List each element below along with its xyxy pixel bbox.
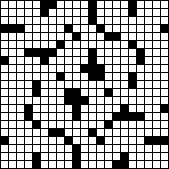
white-cell-r14c7[interactable]: [57, 113, 65, 121]
white-cell-r2c12[interactable]: [97, 17, 105, 25]
white-cell-r20c20[interactable]: [161, 161, 169, 169]
white-cell-r2c1[interactable]: [9, 17, 17, 25]
white-cell-r6c2[interactable]: [17, 49, 25, 57]
white-cell-r19c3[interactable]: [25, 153, 33, 161]
white-cell-r17c5[interactable]: [41, 137, 49, 145]
white-cell-r13c0[interactable]: [1, 105, 9, 113]
white-cell-r20c2[interactable]: [17, 161, 25, 169]
white-cell-r13c8[interactable]: [65, 105, 73, 113]
white-cell-r5c19[interactable]: [153, 41, 161, 49]
white-cell-r20c12[interactable]: [97, 161, 105, 169]
white-cell-r20c17[interactable]: [137, 161, 145, 169]
white-cell-r13c16[interactable]: [129, 105, 137, 113]
white-cell-r16c15[interactable]: [121, 129, 129, 137]
white-cell-r13c17[interactable]: [137, 105, 145, 113]
white-cell-r17c7[interactable]: [57, 137, 65, 145]
white-cell-r3c5[interactable]: [41, 25, 49, 33]
white-cell-r18c17[interactable]: [137, 145, 145, 153]
white-cell-r14c12[interactable]: [97, 113, 105, 121]
white-cell-r16c14[interactable]: [113, 129, 121, 137]
white-cell-r9c6[interactable]: [49, 73, 57, 81]
white-cell-r4c3[interactable]: [25, 33, 33, 41]
white-cell-r12c0[interactable]: [1, 97, 9, 105]
white-cell-r9c18[interactable]: [145, 73, 153, 81]
white-cell-r2c9[interactable]: [73, 17, 81, 25]
white-cell-r4c19[interactable]: [153, 33, 161, 41]
white-cell-r11c5[interactable]: [41, 89, 49, 97]
white-cell-r0c19[interactable]: [153, 1, 161, 9]
white-cell-r9c13[interactable]: [105, 73, 113, 81]
white-cell-r20c0[interactable]: [1, 161, 9, 169]
white-cell-r15c9[interactable]: [73, 121, 81, 129]
white-cell-r9c5[interactable]: [41, 73, 49, 81]
white-cell-r2c14[interactable]: [113, 17, 121, 25]
white-cell-r18c6[interactable]: [49, 145, 57, 153]
white-cell-r11c7[interactable]: [57, 89, 65, 97]
white-cell-r7c3[interactable]: [25, 57, 33, 65]
white-cell-r4c1[interactable]: [9, 33, 17, 41]
white-cell-r6c9[interactable]: [73, 49, 81, 57]
white-cell-r10c9[interactable]: [73, 81, 81, 89]
white-cell-r18c19[interactable]: [153, 145, 161, 153]
white-cell-r17c13[interactable]: [105, 137, 113, 145]
white-cell-r17c2[interactable]: [17, 137, 25, 145]
white-cell-r0c12[interactable]: [97, 1, 105, 9]
white-cell-r9c8[interactable]: [65, 73, 73, 81]
white-cell-r19c7[interactable]: [57, 153, 65, 161]
white-cell-r3c4[interactable]: [33, 25, 41, 33]
white-cell-r19c16[interactable]: [129, 153, 137, 161]
white-cell-r7c8[interactable]: [65, 57, 73, 65]
white-cell-r12c2[interactable]: [17, 97, 25, 105]
white-cell-r12c3[interactable]: [25, 97, 33, 105]
white-cell-r19c6[interactable]: [49, 153, 57, 161]
white-cell-r16c13[interactable]: [105, 129, 113, 137]
white-cell-r10c20[interactable]: [161, 81, 169, 89]
white-cell-r6c0[interactable]: [1, 49, 9, 57]
white-cell-r8c6[interactable]: [49, 65, 57, 73]
white-cell-r17c4[interactable]: [33, 137, 41, 145]
white-cell-r5c12[interactable]: [97, 41, 105, 49]
white-cell-r18c14[interactable]: [113, 145, 121, 153]
white-cell-r16c4[interactable]: [33, 129, 41, 137]
white-cell-r10c0[interactable]: [1, 81, 9, 89]
white-cell-r20c10[interactable]: [81, 161, 89, 169]
white-cell-r1c1[interactable]: [9, 9, 17, 17]
white-cell-r20c6[interactable]: [49, 161, 57, 169]
white-cell-r6c12[interactable]: [97, 49, 105, 57]
white-cell-r9c17[interactable]: [137, 73, 145, 81]
white-cell-r19c8[interactable]: [65, 153, 73, 161]
white-cell-r7c16[interactable]: [129, 57, 137, 65]
white-cell-r7c7[interactable]: [57, 57, 65, 65]
white-cell-r1c8[interactable]: [65, 9, 73, 17]
white-cell-r8c1[interactable]: [9, 65, 17, 73]
white-cell-r0c14[interactable]: [113, 1, 121, 9]
white-cell-r9c14[interactable]: [113, 73, 121, 81]
white-cell-r15c3[interactable]: [25, 121, 33, 129]
white-cell-r3c13[interactable]: [105, 25, 113, 33]
white-cell-r10c19[interactable]: [153, 81, 161, 89]
white-cell-r16c17[interactable]: [137, 129, 145, 137]
white-cell-r9c19[interactable]: [153, 73, 161, 81]
white-cell-r19c13[interactable]: [105, 153, 113, 161]
white-cell-r7c19[interactable]: [153, 57, 161, 65]
white-cell-r4c0[interactable]: [1, 33, 9, 41]
white-cell-r11c1[interactable]: [9, 89, 17, 97]
white-cell-r2c5[interactable]: [41, 17, 49, 25]
white-cell-r8c17[interactable]: [137, 65, 145, 73]
white-cell-r5c14[interactable]: [113, 41, 121, 49]
white-cell-r13c1[interactable]: [9, 105, 17, 113]
white-cell-r3c3[interactable]: [25, 25, 33, 33]
white-cell-r11c10[interactable]: [81, 89, 89, 97]
white-cell-r18c0[interactable]: [1, 145, 9, 153]
white-cell-r8c15[interactable]: [121, 65, 129, 73]
white-cell-r11c19[interactable]: [153, 89, 161, 97]
white-cell-r0c0[interactable]: [1, 1, 9, 9]
white-cell-r3c6[interactable]: [49, 25, 57, 33]
white-cell-r13c12[interactable]: [97, 105, 105, 113]
white-cell-r20c11[interactable]: [89, 161, 97, 169]
white-cell-r5c5[interactable]: [41, 41, 49, 49]
white-cell-r15c8[interactable]: [65, 121, 73, 129]
white-cell-r0c17[interactable]: [137, 1, 145, 9]
white-cell-r15c10[interactable]: [81, 121, 89, 129]
white-cell-r7c14[interactable]: [113, 57, 121, 65]
white-cell-r0c2[interactable]: [17, 1, 25, 9]
white-cell-r12c4[interactable]: [33, 97, 41, 105]
white-cell-r15c14[interactable]: [113, 121, 121, 129]
white-cell-r10c17[interactable]: [137, 81, 145, 89]
white-cell-r4c17[interactable]: [137, 33, 145, 41]
white-cell-r19c2[interactable]: [17, 153, 25, 161]
white-cell-r4c12[interactable]: [97, 33, 105, 41]
white-cell-r19c20[interactable]: [161, 153, 169, 161]
white-cell-r16c8[interactable]: [65, 129, 73, 137]
white-cell-r5c0[interactable]: [1, 41, 9, 49]
white-cell-r9c3[interactable]: [25, 73, 33, 81]
white-cell-r15c5[interactable]: [41, 121, 49, 129]
white-cell-r17c15[interactable]: [121, 137, 129, 145]
white-cell-r17c11[interactable]: [89, 137, 97, 145]
white-cell-r1c14[interactable]: [113, 9, 121, 17]
white-cell-r15c18[interactable]: [145, 121, 153, 129]
white-cell-r9c0[interactable]: [1, 73, 9, 81]
white-cell-r10c1[interactable]: [9, 81, 17, 89]
white-cell-r4c7[interactable]: [57, 33, 65, 41]
white-cell-r1c19[interactable]: [153, 9, 161, 17]
white-cell-r2c13[interactable]: [105, 17, 113, 25]
white-cell-r18c12[interactable]: [97, 145, 105, 153]
white-cell-r11c16[interactable]: [129, 89, 137, 97]
white-cell-r12c11[interactable]: [89, 97, 97, 105]
white-cell-r17c6[interactable]: [49, 137, 57, 145]
white-cell-r19c10[interactable]: [81, 153, 89, 161]
white-cell-r14c18[interactable]: [145, 113, 153, 121]
white-cell-r1c10[interactable]: [81, 9, 89, 17]
white-cell-r17c3[interactable]: [25, 137, 33, 145]
white-cell-r12c14[interactable]: [113, 97, 121, 105]
white-cell-r0c13[interactable]: [105, 1, 113, 9]
white-cell-r8c13[interactable]: [105, 65, 113, 73]
white-cell-r11c3[interactable]: [25, 89, 33, 97]
white-cell-r2c0[interactable]: [1, 17, 9, 25]
white-cell-r18c18[interactable]: [145, 145, 153, 153]
white-cell-r0c15[interactable]: [121, 1, 129, 9]
white-cell-r8c7[interactable]: [57, 65, 65, 73]
white-cell-r8c3[interactable]: [25, 65, 33, 73]
white-cell-r11c20[interactable]: [161, 89, 169, 97]
white-cell-r5c8[interactable]: [65, 41, 73, 49]
white-cell-r15c7[interactable]: [57, 121, 65, 129]
white-cell-r2c17[interactable]: [137, 17, 145, 25]
white-cell-r18c2[interactable]: [17, 145, 25, 153]
white-cell-r0c4[interactable]: [33, 1, 41, 9]
white-cell-r16c3[interactable]: [25, 129, 33, 137]
white-cell-r20c18[interactable]: [145, 161, 153, 169]
white-cell-r10c5[interactable]: [41, 81, 49, 89]
white-cell-r2c8[interactable]: [65, 17, 73, 25]
white-cell-r6c19[interactable]: [153, 49, 161, 57]
white-cell-r6c10[interactable]: [81, 49, 89, 57]
white-cell-r3c14[interactable]: [113, 25, 121, 33]
white-cell-r11c11[interactable]: [89, 89, 97, 97]
white-cell-r5c3[interactable]: [25, 41, 33, 49]
white-cell-r13c14[interactable]: [113, 105, 121, 113]
white-cell-r18c13[interactable]: [105, 145, 113, 153]
white-cell-r15c20[interactable]: [161, 121, 169, 129]
white-cell-r10c12[interactable]: [97, 81, 105, 89]
white-cell-r4c8[interactable]: [65, 33, 73, 41]
white-cell-r10c6[interactable]: [49, 81, 57, 89]
white-cell-r9c4[interactable]: [33, 73, 41, 81]
white-cell-r8c5[interactable]: [41, 65, 49, 73]
white-cell-r6c16[interactable]: [129, 49, 137, 57]
white-cell-r14c8[interactable]: [65, 113, 73, 121]
white-cell-r19c14[interactable]: [113, 153, 121, 161]
white-cell-r18c1[interactable]: [9, 145, 17, 153]
white-cell-r15c15[interactable]: [121, 121, 129, 129]
white-cell-r13c19[interactable]: [153, 105, 161, 113]
white-cell-r15c12[interactable]: [97, 121, 105, 129]
white-cell-r3c19[interactable]: [153, 25, 161, 33]
white-cell-r14c4[interactable]: [33, 113, 41, 121]
white-cell-r12c12[interactable]: [97, 97, 105, 105]
white-cell-r6c1[interactable]: [9, 49, 17, 57]
white-cell-r3c15[interactable]: [121, 25, 129, 33]
white-cell-r7c1[interactable]: [9, 57, 17, 65]
white-cell-r7c13[interactable]: [105, 57, 113, 65]
white-cell-r5c13[interactable]: [105, 41, 113, 49]
white-cell-r7c6[interactable]: [49, 57, 57, 65]
white-cell-r1c9[interactable]: [73, 9, 81, 17]
white-cell-r1c13[interactable]: [105, 9, 113, 17]
white-cell-r19c5[interactable]: [41, 153, 49, 161]
white-cell-r0c7[interactable]: [57, 1, 65, 9]
white-cell-r16c0[interactable]: [1, 129, 9, 137]
white-cell-r16c20[interactable]: [161, 129, 169, 137]
white-cell-r14c6[interactable]: [49, 113, 57, 121]
white-cell-r10c15[interactable]: [121, 81, 129, 89]
white-cell-r8c4[interactable]: [33, 65, 41, 73]
white-cell-r11c15[interactable]: [121, 89, 129, 97]
white-cell-r10c7[interactable]: [57, 81, 65, 89]
white-cell-r18c3[interactable]: [25, 145, 33, 153]
white-cell-r19c17[interactable]: [137, 153, 145, 161]
white-cell-r6c8[interactable]: [65, 49, 73, 57]
white-cell-r1c17[interactable]: [137, 9, 145, 17]
white-cell-r15c0[interactable]: [1, 121, 9, 129]
white-cell-r19c11[interactable]: [89, 153, 97, 161]
white-cell-r2c15[interactable]: [121, 17, 129, 25]
white-cell-r14c5[interactable]: [41, 113, 49, 121]
white-cell-r2c7[interactable]: [57, 17, 65, 25]
white-cell-r18c7[interactable]: [57, 145, 65, 153]
white-cell-r18c10[interactable]: [81, 145, 89, 153]
white-cell-r11c2[interactable]: [17, 89, 25, 97]
white-cell-r14c2[interactable]: [17, 113, 25, 121]
white-cell-r11c12[interactable]: [97, 89, 105, 97]
white-cell-r14c10[interactable]: [81, 113, 89, 121]
white-cell-r18c4[interactable]: [33, 145, 41, 153]
white-cell-r0c20[interactable]: [161, 1, 169, 9]
white-cell-r13c18[interactable]: [145, 105, 153, 113]
white-cell-r7c9[interactable]: [73, 57, 81, 65]
white-cell-r6c13[interactable]: [105, 49, 113, 57]
white-cell-r8c2[interactable]: [17, 65, 25, 73]
white-cell-r11c6[interactable]: [49, 89, 57, 97]
white-cell-r8c8[interactable]: [65, 65, 73, 73]
white-cell-r18c5[interactable]: [41, 145, 49, 153]
white-cell-r0c10[interactable]: [81, 1, 89, 9]
white-cell-r7c2[interactable]: [17, 57, 25, 65]
white-cell-r18c20[interactable]: [161, 145, 169, 153]
white-cell-r9c2[interactable]: [17, 73, 25, 81]
white-cell-r19c18[interactable]: [145, 153, 153, 161]
white-cell-r8c14[interactable]: [113, 65, 121, 73]
white-cell-r5c18[interactable]: [145, 41, 153, 49]
white-cell-r13c5[interactable]: [41, 105, 49, 113]
white-cell-r16c5[interactable]: [41, 129, 49, 137]
white-cell-r4c4[interactable]: [33, 33, 41, 41]
white-cell-r14c19[interactable]: [153, 113, 161, 121]
white-cell-r13c4[interactable]: [33, 105, 41, 113]
white-cell-r16c12[interactable]: [97, 129, 105, 137]
white-cell-r18c16[interactable]: [129, 145, 137, 153]
white-cell-r16c16[interactable]: [129, 129, 137, 137]
white-cell-r16c19[interactable]: [153, 129, 161, 137]
white-cell-r7c18[interactable]: [145, 57, 153, 65]
white-cell-r15c1[interactable]: [9, 121, 17, 129]
white-cell-r16c9[interactable]: [73, 129, 81, 137]
white-cell-r14c1[interactable]: [9, 113, 17, 121]
white-cell-r18c8[interactable]: [65, 145, 73, 153]
white-cell-r15c6[interactable]: [49, 121, 57, 129]
white-cell-r13c6[interactable]: [49, 105, 57, 113]
white-cell-r17c17[interactable]: [137, 137, 145, 145]
white-cell-r2c16[interactable]: [129, 17, 137, 25]
white-cell-r7c4[interactable]: [33, 57, 41, 65]
white-cell-r20c1[interactable]: [9, 161, 17, 169]
white-cell-r8c9[interactable]: [73, 65, 81, 73]
white-cell-r9c20[interactable]: [161, 73, 169, 81]
white-cell-r4c2[interactable]: [17, 33, 25, 41]
white-cell-r7c15[interactable]: [121, 57, 129, 65]
white-cell-r19c0[interactable]: [1, 153, 9, 161]
white-cell-r10c3[interactable]: [25, 81, 33, 89]
white-cell-r4c11[interactable]: [89, 33, 97, 41]
white-cell-r19c12[interactable]: [97, 153, 105, 161]
white-cell-r16c2[interactable]: [17, 129, 25, 137]
white-cell-r6c20[interactable]: [161, 49, 169, 57]
white-cell-r0c1[interactable]: [9, 1, 17, 9]
white-cell-r7c10[interactable]: [81, 57, 89, 65]
white-cell-r4c18[interactable]: [145, 33, 153, 41]
white-cell-r11c0[interactable]: [1, 89, 9, 97]
white-cell-r3c18[interactable]: [145, 25, 153, 33]
white-cell-r2c2[interactable]: [17, 17, 25, 25]
white-cell-r20c3[interactable]: [25, 161, 33, 169]
white-cell-r13c11[interactable]: [89, 105, 97, 113]
white-cell-r14c0[interactable]: [1, 113, 9, 121]
white-cell-r0c8[interactable]: [65, 1, 73, 9]
white-cell-r13c7[interactable]: [57, 105, 65, 113]
white-cell-r20c7[interactable]: [57, 161, 65, 169]
white-cell-r1c3[interactable]: [25, 9, 33, 17]
white-cell-r0c3[interactable]: [25, 1, 33, 9]
white-cell-r12c13[interactable]: [105, 97, 113, 105]
white-cell-r2c19[interactable]: [153, 17, 161, 25]
white-cell-r14c13[interactable]: [105, 113, 113, 121]
white-cell-r1c2[interactable]: [17, 9, 25, 17]
white-cell-r4c15[interactable]: [121, 33, 129, 41]
white-cell-r5c4[interactable]: [33, 41, 41, 49]
white-cell-r8c18[interactable]: [145, 65, 153, 73]
white-cell-r17c16[interactable]: [129, 137, 137, 145]
white-cell-r12c6[interactable]: [49, 97, 57, 105]
white-cell-r5c17[interactable]: [137, 41, 145, 49]
white-cell-r8c16[interactable]: [129, 65, 137, 73]
white-cell-r18c11[interactable]: [89, 145, 97, 153]
white-cell-r17c9[interactable]: [73, 137, 81, 145]
white-cell-r18c15[interactable]: [121, 145, 129, 153]
white-cell-r9c15[interactable]: [121, 73, 129, 81]
white-cell-r7c20[interactable]: [161, 57, 169, 65]
white-cell-r5c2[interactable]: [17, 41, 25, 49]
white-cell-r20c8[interactable]: [65, 161, 73, 169]
white-cell-r12c17[interactable]: [137, 97, 145, 105]
white-cell-r13c2[interactable]: [17, 105, 25, 113]
white-cell-r5c6[interactable]: [49, 41, 57, 49]
white-cell-r3c7[interactable]: [57, 25, 65, 33]
white-cell-r1c4[interactable]: [33, 9, 41, 17]
white-cell-r4c5[interactable]: [41, 33, 49, 41]
white-cell-r15c11[interactable]: [89, 121, 97, 129]
white-cell-r12c20[interactable]: [161, 97, 169, 105]
white-cell-r15c17[interactable]: [137, 121, 145, 129]
white-cell-r6c14[interactable]: [113, 49, 121, 57]
white-cell-r17c10[interactable]: [81, 137, 89, 145]
white-cell-r10c14[interactable]: [113, 81, 121, 89]
white-cell-r19c19[interactable]: [153, 153, 161, 161]
white-cell-r5c10[interactable]: [81, 41, 89, 49]
white-cell-r3c16[interactable]: [129, 25, 137, 33]
white-cell-r8c20[interactable]: [161, 65, 169, 73]
white-cell-r10c10[interactable]: [81, 81, 89, 89]
white-cell-r13c10[interactable]: [81, 105, 89, 113]
white-cell-r20c16[interactable]: [129, 161, 137, 169]
